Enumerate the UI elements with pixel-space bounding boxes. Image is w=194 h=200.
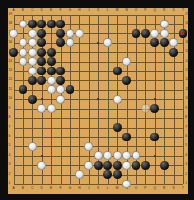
col-label-top: F	[60, 9, 62, 12]
ghost-stone-preview[interactable]	[141, 104, 150, 113]
stone-white	[94, 151, 103, 160]
stone-white	[103, 151, 112, 160]
row-label-right: 3	[185, 164, 187, 167]
row-label-left: 11	[9, 88, 12, 91]
col-label-top: M	[116, 9, 119, 12]
col-label-bottom: T	[182, 187, 184, 190]
stone-black	[56, 29, 65, 38]
stone-white	[132, 151, 141, 160]
stone-white	[47, 104, 56, 113]
stone-black	[56, 76, 65, 85]
row-label-left: 14	[9, 60, 13, 63]
stone-black	[150, 104, 159, 113]
row-label-left: 2	[9, 173, 11, 176]
col-label-bottom: A	[12, 187, 14, 190]
col-label-top: J	[88, 9, 90, 12]
stone-white	[84, 142, 93, 151]
stone-black	[160, 161, 169, 170]
col-label-top: T	[182, 9, 184, 12]
col-label-top: Q	[154, 9, 156, 12]
col-label-bottom: B	[22, 187, 24, 190]
grid-line-horizontal	[14, 175, 184, 176]
stone-black	[19, 85, 28, 94]
stone-white	[28, 67, 37, 76]
stone-black	[113, 161, 122, 170]
col-label-top: E	[50, 9, 52, 12]
stone-white	[169, 38, 178, 47]
row-label-left: 6	[9, 135, 11, 138]
grid-line-horizontal	[14, 146, 184, 147]
col-label-bottom: H	[78, 187, 80, 190]
col-label-bottom: D	[41, 187, 43, 190]
row-label-left: 12	[9, 79, 13, 82]
stone-black	[103, 161, 112, 170]
stone-white	[103, 38, 112, 47]
col-label-top: C	[31, 9, 33, 12]
row-label-right: 1	[185, 182, 187, 185]
stone-white	[122, 57, 131, 66]
row-label-left: 13	[9, 69, 13, 72]
stone-black	[47, 57, 56, 66]
stone-black	[47, 20, 56, 29]
row-label-right: 15	[185, 50, 189, 53]
stone-white	[37, 161, 46, 170]
stone-white	[19, 20, 28, 29]
stone-black	[141, 161, 150, 170]
row-label-right: 13	[185, 69, 189, 72]
col-label-bottom: O	[135, 187, 137, 190]
row-label-left: 19	[9, 13, 13, 16]
col-label-top: K	[97, 9, 99, 12]
stone-black	[47, 67, 56, 76]
stone-black	[47, 48, 56, 57]
col-label-bottom: F	[60, 187, 62, 190]
row-label-left: 3	[9, 164, 11, 167]
grid-line-vertical	[183, 15, 184, 185]
col-label-top: N	[125, 9, 127, 12]
col-label-bottom: J	[88, 187, 90, 190]
stone-black	[169, 48, 178, 57]
row-label-right: 19	[185, 13, 189, 16]
stone-black	[132, 29, 141, 38]
row-label-right: 9	[185, 107, 187, 110]
hoshi-point	[154, 155, 156, 157]
row-label-right: 8	[185, 116, 187, 119]
stone-black	[37, 20, 46, 29]
stone-black	[56, 67, 65, 76]
stone-black	[160, 38, 169, 47]
stone-white	[37, 104, 46, 113]
row-label-right: 16	[185, 41, 189, 44]
stone-black	[150, 38, 159, 47]
row-label-right: 7	[185, 126, 187, 129]
stone-white	[66, 29, 75, 38]
row-label-left: 18	[9, 22, 13, 25]
stone-white	[75, 29, 84, 38]
row-label-right: 18	[185, 22, 189, 25]
col-label-top: S	[173, 9, 175, 12]
grid-line-horizontal	[14, 128, 184, 129]
stone-white	[56, 95, 65, 104]
stone-white	[28, 38, 37, 47]
grid-line-vertical	[145, 15, 146, 185]
col-label-top: L	[107, 9, 109, 12]
row-label-left: 1	[9, 182, 11, 185]
row-label-right: 14	[185, 60, 189, 63]
last-move-marker	[180, 31, 184, 35]
stone-white	[56, 85, 65, 94]
stone-white	[19, 38, 28, 47]
col-label-top: H	[78, 9, 80, 12]
stone-black	[66, 85, 75, 94]
row-label-left: 4	[9, 154, 11, 157]
col-label-bottom: M	[116, 187, 119, 190]
col-label-bottom: R	[163, 187, 165, 190]
stone-white	[75, 170, 84, 179]
stone-white	[122, 161, 131, 170]
stone-white	[84, 161, 93, 170]
stone-white	[19, 57, 28, 66]
row-label-left: 16	[9, 41, 13, 44]
stone-white	[28, 29, 37, 38]
stone-white	[28, 142, 37, 151]
col-label-bottom: G	[69, 187, 71, 190]
col-label-top: D	[41, 9, 43, 12]
row-label-right: 4	[185, 154, 187, 157]
stone-black	[122, 133, 131, 142]
stone-black	[28, 20, 37, 29]
stone-black	[56, 38, 65, 47]
col-label-top: O	[135, 9, 137, 12]
stone-black	[56, 20, 65, 29]
row-label-left: 8	[9, 116, 11, 119]
col-label-bottom: S	[173, 187, 175, 190]
stone-black	[37, 57, 46, 66]
stone-black	[37, 67, 46, 76]
stone-white	[160, 29, 169, 38]
board-frame: AABBCCDDEEFFGGHHJJKKLLMMNNOOPPQQRRSSTT19…	[0, 0, 194, 200]
stone-white	[19, 48, 28, 57]
col-label-bottom: L	[107, 187, 109, 190]
col-label-top: G	[69, 9, 71, 12]
stone-white	[28, 48, 37, 57]
stone-white	[113, 151, 122, 160]
stone-black	[113, 123, 122, 132]
hoshi-point	[41, 155, 43, 157]
row-label-right: 11	[185, 88, 188, 91]
stone-black	[94, 161, 103, 170]
stone-black	[132, 161, 141, 170]
stone-white	[47, 76, 56, 85]
stone-white	[122, 151, 131, 160]
stone-black	[113, 67, 122, 76]
stone-black	[113, 170, 122, 179]
stone-white	[47, 85, 56, 94]
stone-white	[66, 38, 75, 47]
stone-black	[37, 76, 46, 85]
stone-black	[122, 76, 131, 85]
stone-black	[28, 76, 37, 85]
row-label-right: 5	[185, 145, 187, 148]
col-label-top: P	[144, 9, 146, 12]
stone-black	[141, 29, 150, 38]
col-label-bottom: Q	[154, 187, 156, 190]
col-label-bottom: C	[31, 187, 33, 190]
row-label-right: 12	[185, 79, 189, 82]
stone-white	[122, 180, 131, 189]
stone-black	[28, 95, 37, 104]
col-label-bottom: P	[144, 187, 146, 190]
row-label-right: 2	[185, 173, 187, 176]
row-label-left: 9	[9, 107, 11, 110]
col-label-bottom: E	[50, 187, 52, 190]
row-label-left: 5	[9, 145, 11, 148]
row-label-right: 6	[185, 135, 187, 138]
row-label-left: 7	[9, 126, 11, 129]
col-label-top: R	[163, 9, 165, 12]
stone-black	[150, 133, 159, 142]
stone-black	[37, 38, 46, 47]
col-label-top: A	[12, 9, 14, 12]
stone-white	[150, 29, 159, 38]
stone-white	[160, 20, 169, 29]
col-label-bottom: K	[97, 187, 99, 190]
stone-white	[9, 29, 18, 38]
stone-black	[37, 48, 46, 57]
row-label-left: 10	[9, 98, 13, 101]
stone-white	[28, 57, 37, 66]
col-label-top: B	[22, 9, 24, 12]
go-board[interactable]: AABBCCDDEEFFGGHHJJKKLLMMNNOOPPQQRRSSTT19…	[8, 8, 188, 194]
stone-black	[37, 29, 46, 38]
stone-white	[113, 95, 122, 104]
stone-black	[103, 170, 112, 179]
grid-line-horizontal	[14, 184, 184, 185]
stone-black	[9, 48, 18, 57]
row-label-right: 10	[185, 98, 189, 101]
grid-line-horizontal	[14, 118, 184, 119]
